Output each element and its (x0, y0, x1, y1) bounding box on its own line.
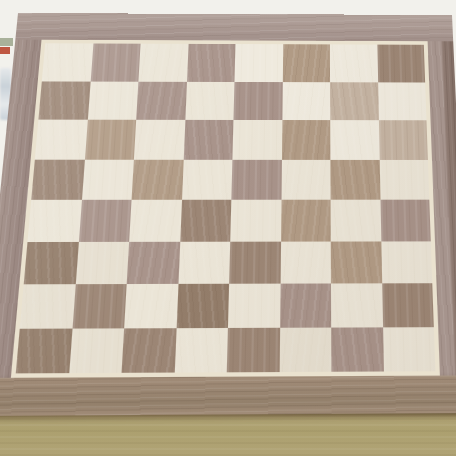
square-f7[interactable] (282, 82, 330, 120)
square-f4[interactable] (281, 200, 331, 241)
square-b7[interactable] (87, 81, 138, 120)
square-e5[interactable] (231, 159, 281, 199)
square-a2[interactable] (20, 284, 75, 328)
board-frame-bottom (0, 375, 456, 416)
square-d4[interactable] (180, 200, 232, 242)
square-e8[interactable] (234, 44, 282, 82)
square-e6[interactable] (232, 120, 281, 159)
square-h1[interactable] (383, 327, 436, 372)
square-f3[interactable] (280, 241, 331, 284)
square-e7[interactable] (233, 82, 282, 121)
square-h2[interactable] (382, 283, 434, 327)
square-f1[interactable] (279, 327, 331, 372)
square-d2[interactable] (176, 284, 229, 328)
square-b5[interactable] (81, 159, 133, 200)
square-h8[interactable] (377, 45, 425, 82)
square-d5[interactable] (182, 159, 233, 199)
square-b1[interactable] (69, 328, 124, 373)
chessboard-photo (0, 0, 456, 456)
square-f2[interactable] (280, 283, 332, 327)
square-b8[interactable] (90, 43, 140, 81)
background-object-green (0, 38, 13, 46)
square-g2[interactable] (331, 283, 383, 327)
square-e3[interactable] (229, 241, 280, 284)
square-a4[interactable] (28, 200, 82, 242)
square-b4[interactable] (78, 200, 131, 242)
square-h6[interactable] (378, 120, 427, 159)
square-b2[interactable] (72, 284, 127, 328)
square-d3[interactable] (178, 241, 230, 284)
square-a6[interactable] (35, 120, 87, 160)
board-frame-side-face (440, 15, 456, 413)
square-g3[interactable] (331, 241, 382, 284)
square-g6[interactable] (330, 120, 379, 159)
square-c8[interactable] (138, 44, 188, 82)
square-g1[interactable] (331, 327, 383, 372)
square-h7[interactable] (378, 82, 427, 120)
square-d8[interactable] (187, 44, 236, 82)
square-h3[interactable] (381, 241, 432, 283)
square-a8[interactable] (42, 43, 93, 81)
background-object-red (0, 47, 10, 54)
square-b6[interactable] (84, 120, 136, 160)
square-d7[interactable] (185, 81, 235, 120)
square-f6[interactable] (281, 120, 330, 159)
square-g4[interactable] (331, 200, 381, 241)
square-c5[interactable] (132, 159, 184, 200)
board-frame-top (15, 13, 453, 41)
square-a7[interactable] (38, 81, 90, 120)
square-g5[interactable] (330, 159, 380, 199)
square-c3[interactable] (127, 241, 180, 284)
square-d6[interactable] (183, 120, 233, 159)
chess-board (0, 13, 456, 416)
table-surface (0, 412, 456, 456)
square-c7[interactable] (136, 81, 186, 120)
square-c2[interactable] (124, 284, 178, 328)
square-e4[interactable] (230, 200, 281, 241)
square-h4[interactable] (380, 200, 431, 241)
square-c6[interactable] (134, 120, 185, 160)
maple-inlay-border (11, 40, 440, 378)
board-grid (16, 43, 436, 373)
square-g7[interactable] (330, 82, 378, 120)
square-h5[interactable] (379, 159, 429, 199)
square-a3[interactable] (24, 241, 79, 284)
square-d1[interactable] (174, 327, 228, 372)
square-c4[interactable] (129, 200, 181, 242)
square-e2[interactable] (228, 284, 280, 328)
square-f5[interactable] (281, 159, 331, 199)
square-a1[interactable] (16, 328, 72, 373)
square-a5[interactable] (31, 159, 84, 200)
square-e1[interactable] (227, 327, 280, 372)
square-b3[interactable] (75, 241, 129, 284)
square-g8[interactable] (330, 44, 378, 82)
square-f8[interactable] (282, 44, 330, 82)
square-c1[interactable] (122, 328, 177, 373)
